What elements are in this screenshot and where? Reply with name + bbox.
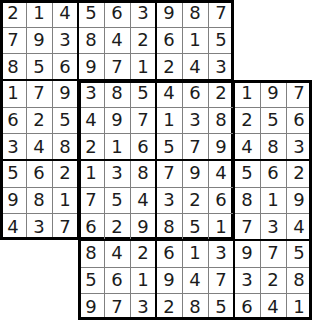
cell-r7c2[interactable]: 6 bbox=[26, 160, 52, 187]
empty-region bbox=[0, 267, 26, 294]
cell-r8c11[interactable]: 1 bbox=[260, 187, 286, 214]
cell-r2c6[interactable]: 2 bbox=[130, 27, 156, 54]
cell-r6c10[interactable]: 4 bbox=[234, 133, 260, 160]
empty-region bbox=[52, 267, 78, 294]
cell-r1c6[interactable]: 3 bbox=[130, 0, 156, 27]
cell-r5c4[interactable]: 4 bbox=[78, 107, 104, 134]
cell-r5c1[interactable]: 6 bbox=[0, 107, 26, 134]
cell-r7c10[interactable]: 5 bbox=[234, 160, 260, 187]
cell-r4c1[interactable]: 1 bbox=[0, 80, 26, 107]
cell-r9c1[interactable]: 4 bbox=[0, 213, 26, 240]
cell-r2c8[interactable]: 1 bbox=[182, 27, 208, 54]
cell-r1c5[interactable]: 6 bbox=[104, 0, 130, 27]
cell-r9c9[interactable]: 1 bbox=[208, 213, 234, 240]
cell-r11c10[interactable]: 3 bbox=[234, 267, 260, 294]
cell-r11c6[interactable]: 1 bbox=[130, 267, 156, 294]
cell-r4c11[interactable]: 9 bbox=[260, 80, 286, 107]
cell-r4c10[interactable]: 1 bbox=[234, 80, 260, 107]
cell-r9c8[interactable]: 5 bbox=[182, 213, 208, 240]
cell-r12c7[interactable]: 2 bbox=[156, 293, 182, 320]
cell-r2c5[interactable]: 4 bbox=[104, 27, 130, 54]
cell-r2c1[interactable]: 7 bbox=[0, 27, 26, 54]
cell-r12c6[interactable]: 3 bbox=[130, 293, 156, 320]
empty-region bbox=[26, 240, 52, 267]
cell-r11c8[interactable]: 4 bbox=[182, 267, 208, 294]
cell-r6c11[interactable]: 8 bbox=[260, 133, 286, 160]
cell-r5c9[interactable]: 8 bbox=[208, 107, 234, 134]
empty-region bbox=[286, 53, 312, 80]
empty-region bbox=[260, 27, 286, 54]
cell-r5c5[interactable]: 9 bbox=[104, 107, 130, 134]
cell-r10c11[interactable]: 7 bbox=[260, 240, 286, 267]
cell-r12c12[interactable]: 1 bbox=[286, 293, 312, 320]
cell-r8c6[interactable]: 4 bbox=[130, 187, 156, 214]
cell-r6c1[interactable]: 3 bbox=[0, 133, 26, 160]
cell-r3c2[interactable]: 5 bbox=[26, 53, 52, 80]
cell-r6c9[interactable]: 9 bbox=[208, 133, 234, 160]
cell-r3c1[interactable]: 8 bbox=[0, 53, 26, 80]
cell-r7c8[interactable]: 9 bbox=[182, 160, 208, 187]
cell-r1c9[interactable]: 7 bbox=[208, 0, 234, 27]
cell-r4c3[interactable]: 9 bbox=[52, 80, 78, 107]
cell-r11c4[interactable]: 5 bbox=[78, 267, 104, 294]
cell-r2c7[interactable]: 6 bbox=[156, 27, 182, 54]
cell-r12c8[interactable]: 8 bbox=[182, 293, 208, 320]
cell-r8c9[interactable]: 6 bbox=[208, 187, 234, 214]
cell-r10c10[interactable]: 9 bbox=[234, 240, 260, 267]
empty-region bbox=[0, 240, 26, 267]
empty-region bbox=[52, 240, 78, 267]
cell-r5c3[interactable]: 5 bbox=[52, 107, 78, 134]
cell-r1c3[interactable]: 4 bbox=[52, 0, 78, 27]
empty-region bbox=[286, 27, 312, 54]
cell-r2c9[interactable]: 5 bbox=[208, 27, 234, 54]
cell-r1c2[interactable]: 1 bbox=[26, 0, 52, 27]
cell-r7c5[interactable]: 3 bbox=[104, 160, 130, 187]
cell-r4c7[interactable]: 4 bbox=[156, 80, 182, 107]
empty-region bbox=[260, 53, 286, 80]
cell-r8c12[interactable]: 9 bbox=[286, 187, 312, 214]
cell-r11c5[interactable]: 6 bbox=[104, 267, 130, 294]
cell-r5c11[interactable]: 5 bbox=[260, 107, 286, 134]
cell-r12c10[interactable]: 6 bbox=[234, 293, 260, 320]
cell-r4c8[interactable]: 6 bbox=[182, 80, 208, 107]
cell-r7c7[interactable]: 7 bbox=[156, 160, 182, 187]
cell-r1c1[interactable]: 2 bbox=[0, 0, 26, 27]
empty-region bbox=[234, 53, 260, 80]
cell-r2c4[interactable]: 8 bbox=[78, 27, 104, 54]
empty-region bbox=[26, 293, 52, 320]
cell-r8c5[interactable]: 5 bbox=[104, 187, 130, 214]
cell-r9c12[interactable]: 4 bbox=[286, 213, 312, 240]
cell-r11c7[interactable]: 9 bbox=[156, 267, 182, 294]
cell-r3c5[interactable]: 7 bbox=[104, 53, 130, 80]
cell-r3c8[interactable]: 4 bbox=[182, 53, 208, 80]
cell-r1c8[interactable]: 8 bbox=[182, 0, 208, 27]
cell-r2c2[interactable]: 9 bbox=[26, 27, 52, 54]
cell-r8c10[interactable]: 8 bbox=[234, 187, 260, 214]
cell-r4c2[interactable]: 7 bbox=[26, 80, 52, 107]
cell-r9c6[interactable]: 9 bbox=[130, 213, 156, 240]
cell-r6c2[interactable]: 4 bbox=[26, 133, 52, 160]
cell-r10c8[interactable]: 1 bbox=[182, 240, 208, 267]
cell-r7c3[interactable]: 2 bbox=[52, 160, 78, 187]
cell-r8c1[interactable]: 9 bbox=[0, 187, 26, 214]
cell-r1c7[interactable]: 9 bbox=[156, 0, 182, 27]
cell-r8c8[interactable]: 2 bbox=[182, 187, 208, 214]
cell-r7c1[interactable]: 5 bbox=[0, 160, 26, 187]
cell-r6c8[interactable]: 7 bbox=[182, 133, 208, 160]
cell-r5c7[interactable]: 1 bbox=[156, 107, 182, 134]
cell-r5c6[interactable]: 7 bbox=[130, 107, 156, 134]
cell-r9c7[interactable]: 8 bbox=[156, 213, 182, 240]
cell-r12c11[interactable]: 4 bbox=[260, 293, 286, 320]
empty-region bbox=[260, 0, 286, 27]
cell-r4c5[interactable]: 8 bbox=[104, 80, 130, 107]
cell-r7c4[interactable]: 1 bbox=[78, 160, 104, 187]
cell-r9c2[interactable]: 3 bbox=[26, 213, 52, 240]
cell-r6c6[interactable]: 6 bbox=[130, 133, 156, 160]
cell-r8c7[interactable]: 3 bbox=[156, 187, 182, 214]
cell-r7c9[interactable]: 4 bbox=[208, 160, 234, 187]
cell-r11c11[interactable]: 2 bbox=[260, 267, 286, 294]
cell-r7c11[interactable]: 6 bbox=[260, 160, 286, 187]
cell-r6c5[interactable]: 1 bbox=[104, 133, 130, 160]
cell-r5c8[interactable]: 3 bbox=[182, 107, 208, 134]
cell-r3c6[interactable]: 1 bbox=[130, 53, 156, 80]
cell-r8c4[interactable]: 7 bbox=[78, 187, 104, 214]
cell-r7c6[interactable]: 8 bbox=[130, 160, 156, 187]
cell-r9c5[interactable]: 2 bbox=[104, 213, 130, 240]
cell-r12c9[interactable]: 5 bbox=[208, 293, 234, 320]
cell-r4c9[interactable]: 2 bbox=[208, 80, 234, 107]
cell-r6c7[interactable]: 5 bbox=[156, 133, 182, 160]
cell-r3c9[interactable]: 3 bbox=[208, 53, 234, 80]
empty-region bbox=[0, 293, 26, 320]
cell-r7c12[interactable]: 2 bbox=[286, 160, 312, 187]
cell-r5c12[interactable]: 6 bbox=[286, 107, 312, 134]
empty-region bbox=[286, 0, 312, 27]
cell-r8c3[interactable]: 1 bbox=[52, 187, 78, 214]
cell-r11c9[interactable]: 7 bbox=[208, 267, 234, 294]
empty-region bbox=[52, 293, 78, 320]
sudoku-board: 2145639877938426158569712431793854621976… bbox=[0, 0, 312, 320]
empty-region bbox=[26, 267, 52, 294]
cell-r5c10[interactable]: 2 bbox=[234, 107, 260, 134]
cell-r4c12[interactable]: 7 bbox=[286, 80, 312, 107]
cell-r4c4[interactable]: 3 bbox=[78, 80, 104, 107]
cell-r5c2[interactable]: 2 bbox=[26, 107, 52, 134]
cell-r9c4[interactable]: 6 bbox=[78, 213, 104, 240]
cell-r2c3[interactable]: 3 bbox=[52, 27, 78, 54]
cells-layer: 2145639877938426158569712431793854621976… bbox=[0, 0, 312, 320]
cell-r10c6[interactable]: 2 bbox=[130, 240, 156, 267]
cell-r10c9[interactable]: 3 bbox=[208, 240, 234, 267]
cell-r3c7[interactable]: 2 bbox=[156, 53, 182, 80]
cell-r1c4[interactable]: 5 bbox=[78, 0, 104, 27]
cell-r3c4[interactable]: 9 bbox=[78, 53, 104, 80]
cell-r10c7[interactable]: 6 bbox=[156, 240, 182, 267]
cell-r10c5[interactable]: 4 bbox=[104, 240, 130, 267]
cell-r6c3[interactable]: 8 bbox=[52, 133, 78, 160]
cell-r6c12[interactable]: 3 bbox=[286, 133, 312, 160]
cell-r3c3[interactable]: 6 bbox=[52, 53, 78, 80]
empty-region bbox=[234, 0, 260, 27]
cell-r8c2[interactable]: 8 bbox=[26, 187, 52, 214]
cell-r9c3[interactable]: 7 bbox=[52, 213, 78, 240]
cell-r4c6[interactable]: 5 bbox=[130, 80, 156, 107]
cell-r10c12[interactable]: 5 bbox=[286, 240, 312, 267]
cell-r11c12[interactable]: 8 bbox=[286, 267, 312, 294]
cell-r12c5[interactable]: 7 bbox=[104, 293, 130, 320]
cell-r10c4[interactable]: 8 bbox=[78, 240, 104, 267]
empty-region bbox=[234, 27, 260, 54]
cell-r6c4[interactable]: 2 bbox=[78, 133, 104, 160]
cell-r9c11[interactable]: 3 bbox=[260, 213, 286, 240]
cell-r12c4[interactable]: 9 bbox=[78, 293, 104, 320]
cell-r9c10[interactable]: 7 bbox=[234, 213, 260, 240]
